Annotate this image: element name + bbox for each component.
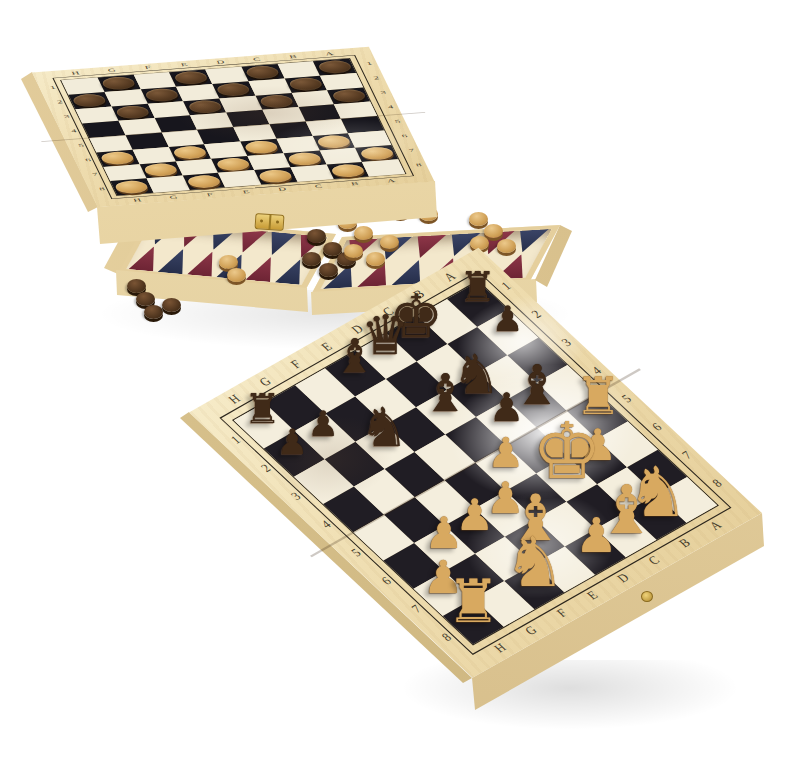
- checkers-disc-light: [113, 180, 150, 195]
- checkers-disc-dark: [316, 60, 353, 75]
- backgammon-point-maroon: [126, 245, 168, 272]
- checkers-disc-light: [358, 146, 395, 161]
- backgammon-point-navy: [199, 226, 240, 251]
- checkers-disc-light: [142, 162, 179, 177]
- checkers-disc-dark: [71, 93, 108, 108]
- backgammon-disc-light: [469, 212, 488, 226]
- checkers-disc-dark: [215, 82, 252, 97]
- backgammon-point-navy: [257, 232, 298, 257]
- checkers-disc-dark: [100, 76, 137, 91]
- backgammon-point-maroon: [185, 250, 227, 277]
- checkers-disc-light: [214, 157, 251, 172]
- backgammon-disc-light: [338, 215, 357, 229]
- backgammon-disc-dark: [162, 298, 181, 312]
- backgammon-point-navy: [140, 221, 181, 246]
- chess-box-brass-knob-icon: [641, 591, 653, 602]
- checkers-disc-dark: [287, 77, 324, 92]
- checkers-disc-light: [315, 134, 352, 149]
- checkers-disc-dark: [258, 94, 295, 109]
- checkers-square: [362, 159, 405, 176]
- checkers-disc-dark: [143, 88, 180, 103]
- checkers-disc-light: [185, 174, 222, 189]
- checkers-disc-light: [171, 145, 208, 160]
- backgammon-disc-light: [391, 204, 410, 218]
- checkers-disc-dark: [186, 99, 223, 114]
- checkers-disc-dark: [172, 71, 209, 86]
- chess-board: HH11GG22FF33EE44DD55CC66BB77AA88: [189, 248, 762, 678]
- backgammon-disc-dark: [144, 305, 163, 319]
- backgammon-point-navy: [272, 258, 314, 285]
- checkers-disc-light: [99, 151, 136, 166]
- backgammon-point-navy: [214, 253, 256, 280]
- brass-hinge-icon: [254, 213, 284, 231]
- backgammon-point-maroon: [228, 229, 269, 254]
- checkers-disc-dark: [114, 105, 151, 120]
- backgammon-point-maroon: [243, 256, 285, 283]
- backgammon-point-maroon: [170, 224, 211, 249]
- checkers-disc-light: [286, 152, 323, 167]
- backgammon-disc-dark: [136, 292, 155, 306]
- backgammon-point-maroon: [335, 238, 381, 262]
- backgammon-point-navy: [155, 248, 197, 275]
- checkers-disc-dark: [244, 65, 281, 80]
- chess-box-shadow: [400, 660, 740, 730]
- checkers-board: HH11GG22FF33EE44DD55CC66BB77AA88: [32, 47, 434, 207]
- checkers-disc-light: [243, 140, 280, 155]
- checkers-disc-light: [257, 169, 294, 184]
- backgammon-point-maroon: [287, 234, 328, 259]
- product-photo-scene: HH11GG22FF33EE44DD55CC66BB77AA88 HH11GG2…: [0, 0, 792, 768]
- checkers-disc-light: [329, 163, 366, 178]
- backgammon-tray-left: [118, 217, 336, 289]
- backgammon-disc-light: [419, 207, 438, 221]
- checkers-disc-dark: [330, 88, 367, 103]
- backgammon-disc-dark: [127, 279, 146, 293]
